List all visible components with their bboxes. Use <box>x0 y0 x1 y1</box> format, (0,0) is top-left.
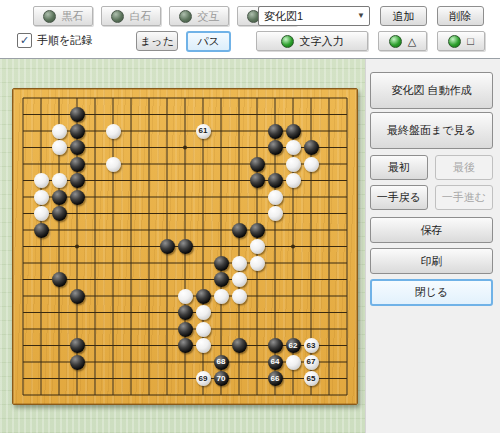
last-move-label: 最後 <box>453 160 475 175</box>
black-stone <box>178 338 193 353</box>
alternate-led-icon <box>179 10 192 23</box>
auto-variation-button[interactable]: 変化図 自動作成 <box>370 72 493 109</box>
back-one-button[interactable]: 一手戻る <box>370 185 428 210</box>
white-stone-numbered: 67 <box>304 355 319 370</box>
add-label: 追加 <box>393 9 415 24</box>
white-stone <box>268 206 283 221</box>
black-stone <box>70 190 85 205</box>
black-stone <box>160 239 175 254</box>
black-stone <box>70 157 85 172</box>
black-stone <box>250 223 265 238</box>
square-mark-button[interactable]: □ <box>437 31 485 51</box>
triangle-icon: △ <box>408 35 416 48</box>
white-stone <box>52 140 67 155</box>
print-button[interactable]: 印刷 <box>370 248 493 274</box>
white-stone <box>34 190 49 205</box>
first-move-button[interactable]: 最初 <box>370 155 428 180</box>
tatami-background: 61626368646769706665 <box>0 59 365 433</box>
black-stone <box>214 272 229 287</box>
go-board[interactable]: 61626368646769706665 <box>12 88 358 405</box>
close-label: 閉じる <box>415 285 449 300</box>
square-icon: □ <box>467 35 474 47</box>
white-stone-numbered: 65 <box>304 371 319 386</box>
white-stone <box>34 173 49 188</box>
black-stone <box>34 223 49 238</box>
white-stone <box>196 322 211 337</box>
black-stone <box>70 338 85 353</box>
black-stone <box>70 289 85 304</box>
white-stone <box>286 157 301 172</box>
black-stone <box>196 289 211 304</box>
black-stone-numbered: 66 <box>268 371 283 386</box>
black-stone <box>232 338 247 353</box>
white-stone <box>286 173 301 188</box>
checkbox-check-icon: ✓ <box>17 33 32 48</box>
white-stone <box>232 272 247 287</box>
forward-one-label: 一手進む <box>442 190 486 205</box>
black-stone <box>268 173 283 188</box>
white-stone-numbered: 69 <box>196 371 211 386</box>
black-stone <box>70 107 85 122</box>
black-stone <box>52 272 67 287</box>
toolbar: 黒石 白石 交互 除去 変化図1 ▼ 追加 <box>0 0 500 59</box>
record-moves-checkbox[interactable]: ✓ 手順を記録 <box>17 33 92 48</box>
black-stone <box>178 305 193 320</box>
black-stone-numbered: 64 <box>268 355 283 370</box>
black-stone <box>232 223 247 238</box>
white-stone <box>196 338 211 353</box>
record-moves-label: 手順を記録 <box>37 33 92 48</box>
white-stone-numbered: 61 <box>196 124 211 139</box>
black-stone-numbered: 62 <box>286 338 301 353</box>
delete-variation-button[interactable]: 削除 <box>437 6 484 26</box>
black-stone-button[interactable]: 黒石 <box>33 6 93 26</box>
variation-dropdown[interactable]: 変化図1 ▼ <box>258 6 370 26</box>
black-stone <box>268 338 283 353</box>
black-stone <box>52 206 67 221</box>
back-one-label: 一手戻る <box>377 190 421 205</box>
text-input-button[interactable]: 文字入力 <box>256 31 368 51</box>
black-stone <box>52 190 67 205</box>
text-input-label: 文字入力 <box>300 34 344 49</box>
white-stone-label: 白石 <box>130 9 152 24</box>
black-stone <box>214 256 229 271</box>
white-stone <box>34 206 49 221</box>
view-final-button[interactable]: 最終盤面まで見る <box>370 112 493 149</box>
black-stone <box>70 124 85 139</box>
black-stone <box>250 173 265 188</box>
white-stone <box>286 355 301 370</box>
white-stone <box>106 157 121 172</box>
toolbar-row-1: 黒石 白石 交互 除去 変化図1 ▼ 追加 <box>0 6 500 28</box>
white-stone-led-icon <box>111 10 124 23</box>
last-move-button[interactable]: 最後 <box>435 155 493 180</box>
black-stone <box>268 140 283 155</box>
white-stone <box>286 140 301 155</box>
white-stone <box>196 305 211 320</box>
chevron-down-icon: ▼ <box>357 11 365 20</box>
white-stone <box>178 289 193 304</box>
go-editor-window: 黒石 白石 交互 除去 変化図1 ▼ 追加 <box>0 0 500 433</box>
add-variation-button[interactable]: 追加 <box>380 6 427 26</box>
white-stone-numbered: 63 <box>304 338 319 353</box>
black-stone <box>250 157 265 172</box>
toolbar-row-2: ✓ 手順を記録 まった パス 文字入力 △ □ <box>0 31 500 53</box>
black-stone-led-icon <box>43 10 56 23</box>
white-stone-button[interactable]: 白石 <box>101 6 161 26</box>
white-stone <box>268 190 283 205</box>
black-stone-numbered: 68 <box>214 355 229 370</box>
white-stone <box>250 239 265 254</box>
alternate-label: 交互 <box>198 9 220 24</box>
black-stone <box>70 173 85 188</box>
black-stone-label: 黒石 <box>62 9 84 24</box>
text-input-led-icon <box>281 35 294 48</box>
white-stone <box>214 289 229 304</box>
view-final-label: 最終盤面まで見る <box>387 123 476 138</box>
white-stone <box>250 256 265 271</box>
black-stone <box>70 355 85 370</box>
triangle-led-icon <box>389 35 402 48</box>
black-stone <box>286 124 301 139</box>
black-stone <box>70 140 85 155</box>
first-move-label: 最初 <box>388 160 410 175</box>
white-stone <box>232 289 247 304</box>
triangle-mark-button[interactable]: △ <box>378 31 427 51</box>
white-stone <box>52 124 67 139</box>
print-label: 印刷 <box>421 254 443 269</box>
right-panel: 変化図 自動作成 最終盤面まで見る 最初 最後 一手戻る 一手進む 保存 印刷 … <box>365 59 500 433</box>
delete-label: 削除 <box>450 9 472 24</box>
variation-dropdown-value: 変化図1 <box>264 9 303 24</box>
black-stone <box>304 140 319 155</box>
auto-variation-label: 変化図 自動作成 <box>391 83 471 98</box>
black-stone <box>178 322 193 337</box>
save-button[interactable]: 保存 <box>370 217 493 243</box>
save-label: 保存 <box>421 223 443 238</box>
black-stone <box>178 239 193 254</box>
white-stone <box>304 157 319 172</box>
forward-one-button[interactable]: 一手進む <box>435 185 493 210</box>
alternate-button[interactable]: 交互 <box>169 6 229 26</box>
white-stone <box>106 124 121 139</box>
close-button[interactable]: 閉じる <box>370 279 493 306</box>
white-stone <box>52 173 67 188</box>
undo-button[interactable]: まった <box>136 31 178 51</box>
pass-button[interactable]: パス <box>186 31 231 52</box>
black-stone <box>268 124 283 139</box>
pass-label: パス <box>197 34 220 49</box>
square-led-icon <box>448 35 461 48</box>
black-stone-numbered: 70 <box>214 371 229 386</box>
undo-label: まった <box>140 34 174 49</box>
white-stone <box>232 256 247 271</box>
